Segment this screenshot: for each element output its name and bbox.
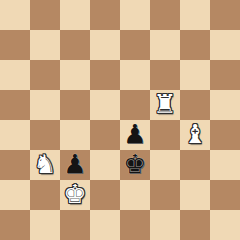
- square-h4[interactable]: [210, 120, 240, 150]
- square-g4[interactable]: ♝: [180, 120, 210, 150]
- square-d4[interactable]: [90, 120, 120, 150]
- square-a5[interactable]: [0, 90, 30, 120]
- square-f4[interactable]: [150, 120, 180, 150]
- white-king-c2[interactable]: ♚: [63, 179, 86, 209]
- square-h1[interactable]: [210, 210, 240, 240]
- square-c3[interactable]: ♟: [60, 150, 90, 180]
- white-bishop-g4[interactable]: ♝: [183, 119, 206, 149]
- square-g5[interactable]: [180, 90, 210, 120]
- square-h3[interactable]: [210, 150, 240, 180]
- chess-board: ♜♟♝♞♟♚♚: [0, 0, 240, 240]
- square-d7[interactable]: [90, 30, 120, 60]
- square-b4[interactable]: [30, 120, 60, 150]
- square-a7[interactable]: [0, 30, 30, 60]
- square-c1[interactable]: [60, 210, 90, 240]
- square-b7[interactable]: [30, 30, 60, 60]
- white-knight-b3[interactable]: ♞: [33, 149, 56, 179]
- square-f6[interactable]: [150, 60, 180, 90]
- square-e5[interactable]: [120, 90, 150, 120]
- square-g3[interactable]: [180, 150, 210, 180]
- black-king-e3[interactable]: ♚: [123, 149, 146, 179]
- square-a8[interactable]: [0, 0, 30, 30]
- square-h6[interactable]: [210, 60, 240, 90]
- square-e8[interactable]: [120, 0, 150, 30]
- square-h2[interactable]: [210, 180, 240, 210]
- square-f7[interactable]: [150, 30, 180, 60]
- square-f8[interactable]: [150, 0, 180, 30]
- square-h8[interactable]: [210, 0, 240, 30]
- square-b8[interactable]: [30, 0, 60, 30]
- square-c5[interactable]: [60, 90, 90, 120]
- square-d3[interactable]: [90, 150, 120, 180]
- square-e2[interactable]: [120, 180, 150, 210]
- square-h7[interactable]: [210, 30, 240, 60]
- square-a2[interactable]: [0, 180, 30, 210]
- square-g6[interactable]: [180, 60, 210, 90]
- square-d5[interactable]: [90, 90, 120, 120]
- square-f5[interactable]: ♜: [150, 90, 180, 120]
- square-d8[interactable]: [90, 0, 120, 30]
- square-g2[interactable]: [180, 180, 210, 210]
- square-c8[interactable]: [60, 0, 90, 30]
- square-g1[interactable]: [180, 210, 210, 240]
- square-e1[interactable]: [120, 210, 150, 240]
- square-c2[interactable]: ♚: [60, 180, 90, 210]
- square-c6[interactable]: [60, 60, 90, 90]
- square-c4[interactable]: [60, 120, 90, 150]
- square-a6[interactable]: [0, 60, 30, 90]
- square-e4[interactable]: ♟: [120, 120, 150, 150]
- square-d6[interactable]: [90, 60, 120, 90]
- square-e6[interactable]: [120, 60, 150, 90]
- black-pawn-c3[interactable]: ♟: [63, 149, 86, 179]
- square-b2[interactable]: [30, 180, 60, 210]
- square-a1[interactable]: [0, 210, 30, 240]
- square-f3[interactable]: [150, 150, 180, 180]
- white-rook-f5[interactable]: ♜: [153, 89, 176, 119]
- square-d1[interactable]: [90, 210, 120, 240]
- black-pawn-e4[interactable]: ♟: [123, 119, 146, 149]
- square-g8[interactable]: [180, 0, 210, 30]
- square-g7[interactable]: [180, 30, 210, 60]
- square-b1[interactable]: [30, 210, 60, 240]
- square-a4[interactable]: [0, 120, 30, 150]
- square-e7[interactable]: [120, 30, 150, 60]
- square-f1[interactable]: [150, 210, 180, 240]
- square-e3[interactable]: ♚: [120, 150, 150, 180]
- square-b3[interactable]: ♞: [30, 150, 60, 180]
- square-a3[interactable]: [0, 150, 30, 180]
- square-b5[interactable]: [30, 90, 60, 120]
- square-c7[interactable]: [60, 30, 90, 60]
- square-f2[interactable]: [150, 180, 180, 210]
- square-h5[interactable]: [210, 90, 240, 120]
- square-b6[interactable]: [30, 60, 60, 90]
- chess-board-wrap: ♜♟♝♞♟♚♚: [0, 0, 240, 240]
- square-d2[interactable]: [90, 180, 120, 210]
